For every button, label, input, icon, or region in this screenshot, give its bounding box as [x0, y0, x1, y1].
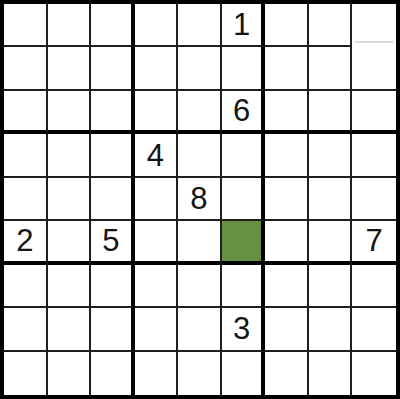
- cell-r2c4[interactable]: [135, 47, 179, 90]
- cell-r1c5[interactable]: [178, 4, 222, 47]
- cell-r4c9[interactable]: [352, 134, 396, 177]
- cell-r5c8[interactable]: [309, 178, 353, 221]
- cell-r4c8[interactable]: [309, 134, 353, 177]
- cell-r4c2[interactable]: [48, 134, 92, 177]
- cell-r6c6[interactable]: [222, 221, 266, 264]
- cell-r8c2[interactable]: [48, 308, 92, 351]
- cell-r2c5[interactable]: [178, 47, 222, 90]
- cell-r7c2[interactable]: [48, 265, 92, 308]
- cell-r6c2[interactable]: [48, 221, 92, 264]
- cell-r2c1[interactable]: [4, 47, 48, 90]
- cell-r1c7[interactable]: [265, 4, 309, 47]
- cell-r9c7[interactable]: [265, 352, 309, 395]
- cell-r8c4[interactable]: [135, 308, 179, 351]
- cell-r1c4[interactable]: [135, 4, 179, 47]
- cell-r6c3[interactable]: 5: [91, 221, 135, 264]
- sudoku-board: 16482573: [0, 0, 400, 399]
- cell-r7c3[interactable]: [91, 265, 135, 308]
- cell-r9c8[interactable]: [309, 352, 353, 395]
- cell-r5c5[interactable]: 8: [178, 178, 222, 221]
- cell-r3c8[interactable]: [309, 91, 353, 134]
- cell-r4c3[interactable]: [91, 134, 135, 177]
- cell-r5c9[interactable]: [352, 178, 396, 221]
- cell-r7c7[interactable]: [265, 265, 309, 308]
- cell-r9c1[interactable]: [4, 352, 48, 395]
- cell-r1c3[interactable]: [91, 4, 135, 47]
- cell-r3c9[interactable]: [352, 91, 396, 134]
- cell-r3c2[interactable]: [48, 91, 92, 134]
- cell-r8c3[interactable]: [91, 308, 135, 351]
- cell-r6c4[interactable]: [135, 221, 179, 264]
- cell-r9c2[interactable]: [48, 352, 92, 395]
- cell-r7c9[interactable]: [352, 265, 396, 308]
- cell-r3c3[interactable]: [91, 91, 135, 134]
- cell-r4c1[interactable]: [4, 134, 48, 177]
- cell-r5c7[interactable]: [265, 178, 309, 221]
- cell-r3c5[interactable]: [178, 91, 222, 134]
- cell-r5c3[interactable]: [91, 178, 135, 221]
- cell-r6c1[interactable]: 2: [4, 221, 48, 264]
- cell-r1c8[interactable]: [309, 4, 353, 47]
- cell-r2c7[interactable]: [265, 47, 309, 90]
- cell-r8c8[interactable]: [309, 308, 353, 351]
- cell-r4c7[interactable]: [265, 134, 309, 177]
- cell-r1c2[interactable]: [48, 4, 92, 47]
- cell-r9c9[interactable]: [352, 352, 396, 395]
- cell-r4c4[interactable]: 4: [135, 134, 179, 177]
- cell-r2c3[interactable]: [91, 47, 135, 90]
- cell-r7c1[interactable]: [4, 265, 48, 308]
- cell-r2c6[interactable]: [222, 47, 266, 90]
- cell-r6c5[interactable]: [178, 221, 222, 264]
- cell-r4c6[interactable]: [222, 134, 266, 177]
- cell-r5c1[interactable]: [4, 178, 48, 221]
- cell-r1c6[interactable]: 1: [222, 4, 266, 47]
- cell-r7c6[interactable]: [222, 265, 266, 308]
- cell-r6c7[interactable]: [265, 221, 309, 264]
- cell-r8c1[interactable]: [4, 308, 48, 351]
- cell-r1c9[interactable]: [352, 4, 396, 47]
- cell-r2c2[interactable]: [48, 47, 92, 90]
- cell-r9c5[interactable]: [178, 352, 222, 395]
- cell-r9c6[interactable]: [222, 352, 266, 395]
- cell-r3c7[interactable]: [265, 91, 309, 134]
- cell-r8c9[interactable]: [352, 308, 396, 351]
- cell-r7c4[interactable]: [135, 265, 179, 308]
- cell-r2c9[interactable]: [352, 47, 396, 90]
- cell-r7c8[interactable]: [309, 265, 353, 308]
- cell-r5c2[interactable]: [48, 178, 92, 221]
- cell-r8c7[interactable]: [265, 308, 309, 351]
- cell-r6c8[interactable]: [309, 221, 353, 264]
- cell-r6c9[interactable]: 7: [352, 221, 396, 264]
- cell-r8c5[interactable]: [178, 308, 222, 351]
- cell-r1c1[interactable]: [4, 4, 48, 47]
- cell-r9c4[interactable]: [135, 352, 179, 395]
- cell-r8c6[interactable]: 3: [222, 308, 266, 351]
- cell-r5c6[interactable]: [222, 178, 266, 221]
- cell-r9c3[interactable]: [91, 352, 135, 395]
- cell-r5c4[interactable]: [135, 178, 179, 221]
- cell-r3c6[interactable]: 6: [222, 91, 266, 134]
- cell-r4c5[interactable]: [178, 134, 222, 177]
- cell-r3c4[interactable]: [135, 91, 179, 134]
- sudoku-app: 16482573: [0, 0, 400, 399]
- cell-r2c8[interactable]: [309, 47, 353, 90]
- cell-r3c1[interactable]: [4, 91, 48, 134]
- cell-r7c5[interactable]: [178, 265, 222, 308]
